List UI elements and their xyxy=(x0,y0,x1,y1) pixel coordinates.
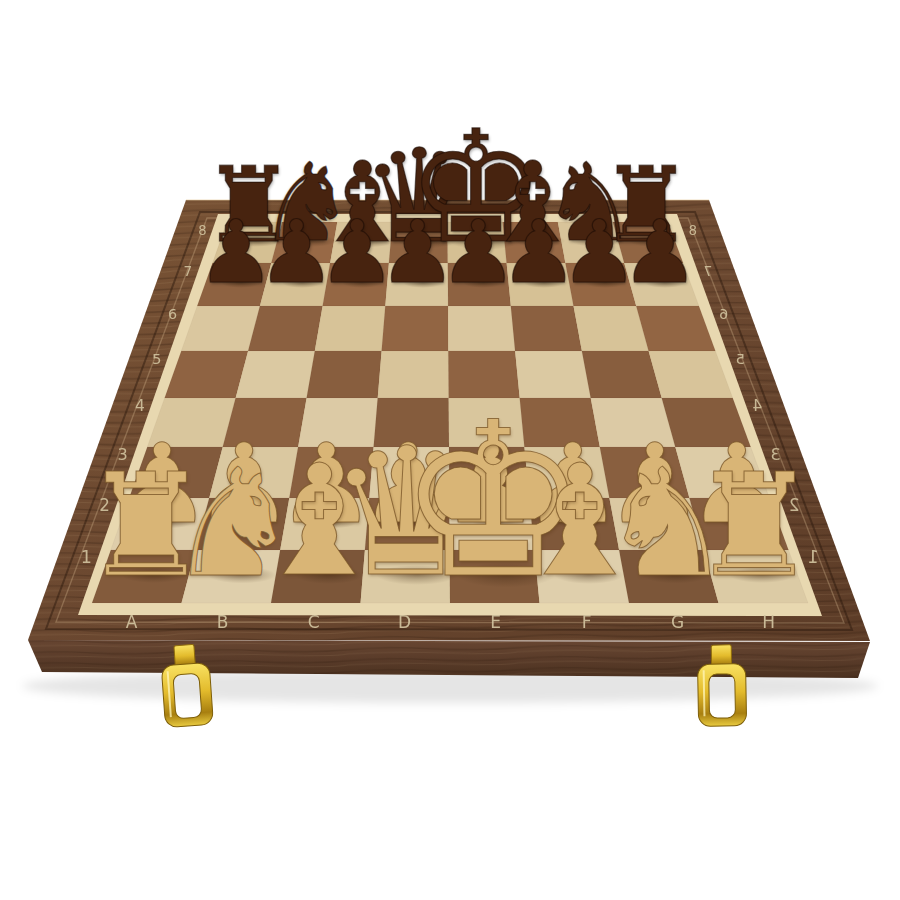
rank-label-left-6: 6 xyxy=(168,306,177,322)
square-d6[interactable] xyxy=(382,306,449,351)
file-label-C: C xyxy=(308,612,320,632)
rank-label-right-4: 4 xyxy=(752,397,762,415)
rank-label-left-7: 7 xyxy=(184,263,193,279)
file-label-H: H xyxy=(762,612,775,632)
clasp-highlight xyxy=(704,670,705,716)
piece-white-rook-h1[interactable]: ♜ xyxy=(690,454,818,597)
square-f6[interactable] xyxy=(511,306,582,351)
rank-label-right-6: 6 xyxy=(719,306,728,322)
square-g6[interactable] xyxy=(574,306,649,351)
square-c5[interactable] xyxy=(307,351,382,398)
file-label-B: B xyxy=(217,612,229,632)
square-b6[interactable] xyxy=(248,306,323,351)
rank-label-left-4: 4 xyxy=(135,397,145,415)
file-label-G: G xyxy=(671,612,684,632)
file-label-A: A xyxy=(126,612,138,632)
rank-label-left-5: 5 xyxy=(152,350,161,368)
square-c6[interactable] xyxy=(315,306,386,351)
square-e6[interactable] xyxy=(448,306,515,351)
square-b5[interactable] xyxy=(236,351,315,398)
rank-label-right-7: 7 xyxy=(703,263,712,279)
chess-set-photo: ABCDEFGH8877665544332211 ♜♞♝♛♚♝♞♜♟♟♟♟♟♟♟… xyxy=(0,0,900,900)
rank-label-right-5: 5 xyxy=(735,350,744,368)
square-g5[interactable] xyxy=(582,351,662,398)
piece-black-pawn-h7[interactable]: ♟ xyxy=(621,209,699,296)
